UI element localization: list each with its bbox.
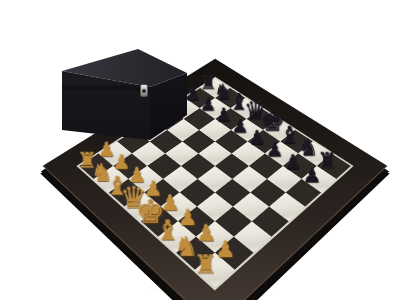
chess-set-photo: ♜♞♝♛♚♝♞♜♟♟♟♟♟♟♟♟♟♟♟♟♟♟♟♟♜♞♝♛♚♝♞♜: [0, 0, 400, 300]
square-c4: [165, 142, 198, 166]
square-g8: ♞: [298, 142, 331, 166]
storage-box: [55, 44, 195, 144]
square-e5: [215, 154, 249, 179]
storage-box-latch-icon: [140, 84, 148, 97]
square-a1: ♜: [79, 154, 113, 179]
square-c1: ♝: [109, 179, 144, 207]
square-e4: [198, 166, 233, 193]
piece-white-rook: ♜: [70, 150, 104, 172]
